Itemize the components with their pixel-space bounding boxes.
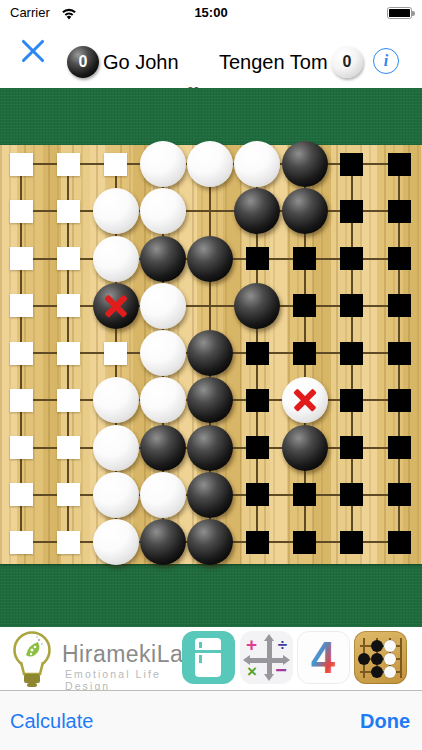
white-territory-marker (104, 342, 127, 365)
black-territory-marker (388, 153, 411, 176)
black-stone (187, 472, 233, 518)
board-point-r5c9[interactable] (375, 329, 422, 376)
board-point-r6c1[interactable] (0, 377, 45, 424)
white-stone (140, 141, 186, 187)
board-point-r9c8[interactable] (328, 518, 375, 565)
black-territory-marker (293, 342, 316, 365)
black-capture-badge: 0 (67, 46, 99, 78)
board-point-r1c5[interactable] (186, 140, 233, 187)
black-stone (187, 519, 233, 565)
board-point-r4c7[interactable] (281, 282, 328, 329)
white-stone (282, 377, 328, 423)
black-territory-marker (388, 342, 411, 365)
board-point-r4c3[interactable] (92, 282, 139, 329)
black-stone (140, 425, 186, 471)
black-territory-marker (388, 531, 411, 554)
board-point-r5c4[interactable] (139, 329, 186, 376)
fridge-app-icon[interactable] (182, 631, 235, 684)
board-point-r5c6[interactable] (234, 329, 281, 376)
white-territory-marker (10, 436, 33, 459)
board-point-r9c7[interactable] (281, 518, 328, 565)
svg-text:4: 4 (311, 633, 336, 682)
black-territory-marker (388, 483, 411, 506)
board-point-r8c4[interactable] (139, 471, 186, 518)
white-territory-marker (57, 389, 80, 412)
black-territory-marker (246, 436, 269, 459)
dead-stone-x-mark (102, 292, 130, 320)
board-point-r7c2[interactable] (45, 424, 92, 471)
white-territory-marker (10, 531, 33, 554)
brand-name: HiramekiLab (62, 641, 197, 668)
black-territory-marker (246, 342, 269, 365)
brand-tagline: Emotional Life Design (65, 668, 183, 692)
black-territory-marker (340, 247, 363, 270)
black-territory-marker (340, 436, 363, 459)
board-point-r8c8[interactable] (328, 471, 375, 518)
board-point-r5c8[interactable] (328, 329, 375, 376)
board-point-r9c6[interactable] (234, 518, 281, 565)
black-player-name: Go John (103, 51, 179, 74)
hiramekilab-logo[interactable]: HiramekiLab Emotional Life Design (8, 628, 183, 690)
white-territory-marker (10, 389, 33, 412)
board-point-r4c4[interactable] (139, 282, 186, 329)
white-territory-marker (57, 247, 80, 270)
black-stone (187, 425, 233, 471)
board-grid (0, 140, 422, 565)
white-territory-marker (57, 294, 80, 317)
fridge-icon (195, 638, 221, 677)
board-point-r5c7[interactable] (281, 329, 328, 376)
black-stone (282, 188, 328, 234)
divide-glyph: ÷ (278, 636, 287, 653)
black-territory-marker (388, 294, 411, 317)
board-point-r2c1[interactable] (0, 188, 45, 235)
black-stone (187, 236, 233, 282)
white-territory-marker (57, 531, 80, 554)
black-stone (282, 141, 328, 187)
board-point-r4c2[interactable] (45, 282, 92, 329)
board-point-r2c9[interactable] (375, 188, 422, 235)
white-territory-marker (57, 436, 80, 459)
board-point-r8c6[interactable] (234, 471, 281, 518)
black-territory-marker (340, 483, 363, 506)
board-point-r8c2[interactable] (45, 471, 92, 518)
black-territory-marker (246, 389, 269, 412)
board-point-r3c4[interactable] (139, 235, 186, 282)
black-stone (187, 377, 233, 423)
board-point-r4c6[interactable] (234, 282, 281, 329)
board-point-r8c9[interactable] (375, 471, 422, 518)
board-point-r2c8[interactable] (328, 188, 375, 235)
board-point-r7c9[interactable] (375, 424, 422, 471)
board-point-r8c7[interactable] (281, 471, 328, 518)
white-stone (93, 519, 139, 565)
black-territory-marker (340, 200, 363, 223)
board-point-r6c3[interactable] (92, 377, 139, 424)
black-stone (140, 236, 186, 282)
board-point-r3c6[interactable] (234, 235, 281, 282)
white-territory-marker (10, 200, 33, 223)
white-stone (140, 330, 186, 376)
board-point-r9c1[interactable] (0, 518, 45, 565)
board-point-r6c5[interactable] (186, 377, 233, 424)
white-stone (93, 472, 139, 518)
dead-stone-x-mark (291, 386, 319, 414)
black-territory-marker (388, 389, 411, 412)
board-point-r5c5[interactable] (186, 329, 233, 376)
board-point-r2c4[interactable] (139, 188, 186, 235)
ad-banner: HiramekiLab Emotional Life Design + ÷ × … (0, 627, 422, 690)
go-app-icon[interactable] (354, 631, 407, 684)
black-territory-marker (388, 436, 411, 459)
board-point-r2c5[interactable] (186, 188, 233, 235)
board-point-r6c4[interactable] (139, 377, 186, 424)
black-stone (234, 188, 280, 234)
board-point-r6c8[interactable] (328, 377, 375, 424)
black-stone (234, 283, 280, 329)
board-point-r5c1[interactable] (0, 329, 45, 376)
board-point-r6c6[interactable] (234, 377, 281, 424)
board-point-r3c5[interactable] (186, 235, 233, 282)
board-point-r4c5[interactable] (186, 282, 233, 329)
black-territory-marker (340, 294, 363, 317)
board-point-r8c3[interactable] (92, 471, 139, 518)
board-point-r1c4[interactable] (139, 140, 186, 187)
black-stone (140, 519, 186, 565)
board-point-r3c2[interactable] (45, 235, 92, 282)
black-territory-marker (246, 483, 269, 506)
board-point-r7c8[interactable] (328, 424, 375, 471)
white-territory-marker (104, 153, 127, 176)
black-territory-marker (340, 342, 363, 365)
white-territory-marker (10, 342, 33, 365)
white-player-name: Tengen Tom (219, 51, 328, 74)
white-territory-marker (57, 200, 80, 223)
go-board[interactable] (0, 145, 422, 564)
black-territory-marker (246, 247, 269, 270)
board-point-r6c7[interactable] (281, 377, 328, 424)
board-point-r1c7[interactable] (281, 140, 328, 187)
board-point-r3c9[interactable] (375, 235, 422, 282)
board-point-r2c7[interactable] (281, 188, 328, 235)
board-point-r2c3[interactable] (92, 188, 139, 235)
black-territory-marker (340, 153, 363, 176)
white-stone (93, 188, 139, 234)
white-territory-marker (57, 153, 80, 176)
white-stone (93, 236, 139, 282)
board-point-r9c9[interactable] (375, 518, 422, 565)
black-stone (93, 283, 139, 329)
board-point-r2c2[interactable] (45, 188, 92, 235)
calculate-button[interactable]: Calculate (10, 691, 93, 750)
board-point-r4c8[interactable] (328, 282, 375, 329)
board-point-r8c1[interactable] (0, 471, 45, 518)
white-territory-marker (57, 483, 80, 506)
board-point-r3c7[interactable] (281, 235, 328, 282)
black-territory-marker (293, 294, 316, 317)
board-point-r4c9[interactable] (375, 282, 422, 329)
board-point-r5c2[interactable] (45, 329, 92, 376)
board-point-r6c9[interactable] (375, 377, 422, 424)
board-point-r1c9[interactable] (375, 140, 422, 187)
white-stone (234, 141, 280, 187)
status-bar: Carrier 15:00 (0, 0, 422, 25)
board-point-r3c8[interactable] (328, 235, 375, 282)
board-point-r1c3[interactable] (92, 140, 139, 187)
table-felt (0, 88, 422, 627)
white-stone (140, 283, 186, 329)
close-button[interactable] (19, 37, 46, 64)
board-point-r3c3[interactable] (92, 235, 139, 282)
bottom-toolbar: Calculate Done (0, 690, 422, 750)
white-capture-badge: 0 (331, 46, 363, 78)
board-point-r2c6[interactable] (234, 188, 281, 235)
board-point-r6c2[interactable] (45, 377, 92, 424)
board-point-r7c3[interactable] (92, 424, 139, 471)
black-territory-marker (293, 247, 316, 270)
white-territory-marker (10, 294, 33, 317)
app-screen: Carrier 15:00 0 Go John Tengen Tom 0 i 3… (0, 0, 422, 750)
minus-glyph: − (275, 660, 287, 680)
arithmetic-app-icon[interactable]: + ÷ × − (240, 631, 293, 684)
nav-bar: 0 Go John Tengen Tom 0 i 30 moves (0, 25, 422, 88)
times-glyph: × (247, 663, 257, 680)
done-button[interactable]: Done (360, 691, 410, 750)
black-territory-marker (293, 531, 316, 554)
board-point-r7c5[interactable] (186, 424, 233, 471)
white-stone (140, 188, 186, 234)
board-point-r1c1[interactable] (0, 140, 45, 187)
white-stone (93, 377, 139, 423)
battery-icon (387, 7, 412, 19)
black-stone (282, 425, 328, 471)
plus-glyph: + (246, 635, 257, 654)
board-point-r8c5[interactable] (186, 471, 233, 518)
board-point-r7c1[interactable] (0, 424, 45, 471)
board-point-r1c8[interactable] (328, 140, 375, 187)
board-point-r7c7[interactable] (281, 424, 328, 471)
board-point-r1c2[interactable] (45, 140, 92, 187)
white-stone (93, 425, 139, 471)
black-territory-marker (388, 200, 411, 223)
black-territory-marker (388, 247, 411, 270)
white-territory-marker (57, 342, 80, 365)
white-territory-marker (10, 483, 33, 506)
board-point-r3c1[interactable] (0, 235, 45, 282)
board-point-r5c3[interactable] (92, 329, 139, 376)
white-stone (140, 377, 186, 423)
info-button[interactable]: i (373, 48, 399, 74)
board-point-r9c5[interactable] (186, 518, 233, 565)
board-point-r7c4[interactable] (139, 424, 186, 471)
black-territory-marker (340, 389, 363, 412)
four-app-icon[interactable]: 4 (297, 631, 350, 684)
board-point-r1c6[interactable] (234, 140, 281, 187)
black-territory-marker (340, 531, 363, 554)
white-stone (140, 472, 186, 518)
white-stone (187, 141, 233, 187)
white-territory-marker (10, 247, 33, 270)
board-point-r9c3[interactable] (92, 518, 139, 565)
black-territory-marker (293, 483, 316, 506)
board-point-r9c2[interactable] (45, 518, 92, 565)
board-point-r4c1[interactable] (0, 282, 45, 329)
black-territory-marker (246, 531, 269, 554)
board-point-r7c6[interactable] (234, 424, 281, 471)
lightbulb-icon (8, 628, 58, 690)
black-stone (187, 330, 233, 376)
white-territory-marker (10, 153, 33, 176)
clock: 15:00 (0, 5, 422, 20)
board-point-r9c4[interactable] (139, 518, 186, 565)
